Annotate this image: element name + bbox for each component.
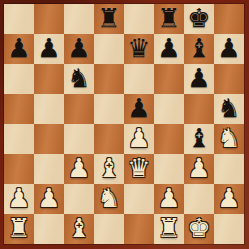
square-c6[interactable]: ♞: [64, 64, 94, 94]
square-h6[interactable]: [214, 64, 244, 94]
square-a3[interactable]: [4, 154, 34, 184]
square-g5[interactable]: [184, 94, 214, 124]
square-d5[interactable]: [94, 94, 124, 124]
square-b1[interactable]: [34, 214, 64, 244]
square-f5[interactable]: [154, 94, 184, 124]
black-knight-icon[interactable]: ♞: [217, 93, 240, 123]
square-d2[interactable]: ♞: [94, 184, 124, 214]
white-pawn-icon[interactable]: ♟: [37, 183, 60, 213]
white-pawn-icon[interactable]: ♟: [7, 183, 30, 213]
square-d7[interactable]: [94, 34, 124, 64]
square-g3[interactable]: ♟: [184, 154, 214, 184]
square-c7[interactable]: ♟: [64, 34, 94, 64]
square-b5[interactable]: [34, 94, 64, 124]
square-c1[interactable]: ♝: [64, 214, 94, 244]
square-b7[interactable]: ♟: [34, 34, 64, 64]
square-g7[interactable]: ♝: [184, 34, 214, 64]
square-b2[interactable]: ♟: [34, 184, 64, 214]
square-c4[interactable]: [64, 124, 94, 154]
black-pawn-icon[interactable]: ♟: [37, 33, 60, 63]
black-pawn-icon[interactable]: ♟: [217, 33, 240, 63]
square-c2[interactable]: [64, 184, 94, 214]
square-d6[interactable]: [94, 64, 124, 94]
white-king-icon[interactable]: ♚: [187, 213, 210, 243]
square-d4[interactable]: [94, 124, 124, 154]
square-a5[interactable]: [4, 94, 34, 124]
square-h4[interactable]: ♞: [214, 124, 244, 154]
square-f1[interactable]: ♜: [154, 214, 184, 244]
white-pawn-icon[interactable]: ♟: [127, 123, 150, 153]
square-g8[interactable]: ♚: [184, 4, 214, 34]
square-e5[interactable]: ♟: [124, 94, 154, 124]
white-bishop-icon[interactable]: ♝: [67, 213, 90, 243]
white-pawn-icon[interactable]: ♟: [187, 153, 210, 183]
square-e4[interactable]: ♟: [124, 124, 154, 154]
black-pawn-icon[interactable]: ♟: [127, 93, 150, 123]
square-e6[interactable]: [124, 64, 154, 94]
black-rook-icon[interactable]: ♜: [97, 3, 120, 33]
white-pawn-icon[interactable]: ♟: [157, 183, 180, 213]
square-f7[interactable]: ♟: [154, 34, 184, 64]
square-f3[interactable]: [154, 154, 184, 184]
square-g6[interactable]: ♟: [184, 64, 214, 94]
black-pawn-icon[interactable]: ♟: [67, 33, 90, 63]
square-g4[interactable]: ♝: [184, 124, 214, 154]
white-rook-icon[interactable]: ♜: [157, 213, 180, 243]
square-h2[interactable]: ♟: [214, 184, 244, 214]
square-f2[interactable]: ♟: [154, 184, 184, 214]
square-d8[interactable]: ♜: [94, 4, 124, 34]
square-f8[interactable]: ♜: [154, 4, 184, 34]
square-b6[interactable]: [34, 64, 64, 94]
black-bishop-icon[interactable]: ♝: [187, 123, 210, 153]
square-c3[interactable]: ♟: [64, 154, 94, 184]
square-c8[interactable]: [64, 4, 94, 34]
square-c5[interactable]: [64, 94, 94, 124]
square-a6[interactable]: [4, 64, 34, 94]
square-d3[interactable]: ♝: [94, 154, 124, 184]
white-rook-icon[interactable]: ♜: [7, 213, 30, 243]
white-pawn-icon[interactable]: ♟: [67, 153, 90, 183]
black-pawn-icon[interactable]: ♟: [187, 63, 210, 93]
square-b4[interactable]: [34, 124, 64, 154]
square-b8[interactable]: [34, 4, 64, 34]
square-b3[interactable]: [34, 154, 64, 184]
square-h8[interactable]: [214, 4, 244, 34]
white-queen-icon[interactable]: ♛: [127, 153, 150, 183]
black-bishop-icon[interactable]: ♝: [187, 33, 210, 63]
black-king-icon[interactable]: ♚: [187, 3, 210, 33]
square-a2[interactable]: ♟: [4, 184, 34, 214]
square-e2[interactable]: [124, 184, 154, 214]
square-d1[interactable]: [94, 214, 124, 244]
square-h1[interactable]: [214, 214, 244, 244]
square-f4[interactable]: [154, 124, 184, 154]
white-knight-icon[interactable]: ♞: [97, 183, 120, 213]
square-e8[interactable]: [124, 4, 154, 34]
square-a4[interactable]: [4, 124, 34, 154]
board-frame: ♜♜♚♟♟♟♛♟♝♟♞♟♟♞♟♝♞♟♝♛♟♟♟♞♟♟♜♝♜♚: [0, 0, 249, 249]
square-a1[interactable]: ♜: [4, 214, 34, 244]
square-e1[interactable]: [124, 214, 154, 244]
square-a7[interactable]: ♟: [4, 34, 34, 64]
white-pawn-icon[interactable]: ♟: [217, 183, 240, 213]
square-e7[interactable]: ♛: [124, 34, 154, 64]
square-g1[interactable]: ♚: [184, 214, 214, 244]
square-h3[interactable]: [214, 154, 244, 184]
black-rook-icon[interactable]: ♜: [157, 3, 180, 33]
white-bishop-icon[interactable]: ♝: [97, 153, 120, 183]
chess-board: ♜♜♚♟♟♟♛♟♝♟♞♟♟♞♟♝♞♟♝♛♟♟♟♞♟♟♜♝♜♚: [4, 4, 244, 244]
white-knight-icon[interactable]: ♞: [217, 123, 240, 153]
black-knight-icon[interactable]: ♞: [67, 63, 90, 93]
black-pawn-icon[interactable]: ♟: [7, 33, 30, 63]
square-g2[interactable]: [184, 184, 214, 214]
square-h7[interactable]: ♟: [214, 34, 244, 64]
square-e3[interactable]: ♛: [124, 154, 154, 184]
black-pawn-icon[interactable]: ♟: [157, 33, 180, 63]
square-a8[interactable]: [4, 4, 34, 34]
black-queen-icon[interactable]: ♛: [127, 33, 150, 63]
square-h5[interactable]: ♞: [214, 94, 244, 124]
square-f6[interactable]: [154, 64, 184, 94]
